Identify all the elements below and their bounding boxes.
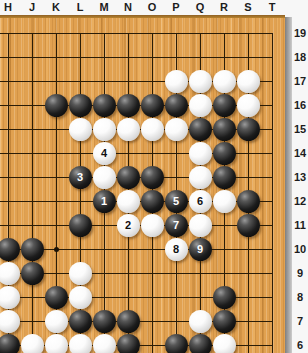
stone-white-P15[interactable] <box>165 118 188 141</box>
stone-black-L11[interactable] <box>69 214 92 237</box>
column-label-O: O <box>140 0 164 15</box>
stone-black-Q15[interactable] <box>189 118 212 141</box>
stone-black-S15[interactable] <box>237 118 260 141</box>
stone-black-N6[interactable] <box>117 334 140 353</box>
stone-white-N15[interactable] <box>117 118 140 141</box>
stone-black-P16[interactable] <box>165 94 188 117</box>
row-label-17: 17 <box>292 74 308 88</box>
row-label-7: 7 <box>292 314 308 328</box>
stone-white-R12[interactable] <box>213 190 236 213</box>
column-label-N: N <box>116 0 140 15</box>
grid-line-col-T <box>272 33 273 353</box>
stone-white-Q11[interactable] <box>189 214 212 237</box>
row-label-15: 15 <box>292 122 308 136</box>
stone-black-J10[interactable] <box>21 238 44 261</box>
stone-white-Q16[interactable] <box>189 94 212 117</box>
stone-black-R13[interactable] <box>213 166 236 189</box>
stone-white-P17[interactable] <box>165 70 188 93</box>
row-label-10: 10 <box>292 242 308 256</box>
board-top-edge <box>0 15 285 18</box>
move-number-label: 1 <box>101 195 107 207</box>
move-number-label: 7 <box>173 219 179 231</box>
move-number-label: 8 <box>173 243 179 255</box>
stone-white-R6[interactable] <box>213 334 236 353</box>
stone-white-L9[interactable] <box>69 262 92 285</box>
stone-black-K8[interactable] <box>45 286 68 309</box>
stone-black-H6[interactable] <box>0 334 20 353</box>
column-label-Q: Q <box>188 0 212 15</box>
stone-white-O11[interactable] <box>141 214 164 237</box>
column-labels: HJKLMNOPQRST <box>0 0 308 15</box>
stone-white-H7[interactable] <box>0 310 20 333</box>
stone-black-H10[interactable] <box>0 238 20 261</box>
stone-black-L13[interactable]: 3 <box>69 166 92 189</box>
board-edge-shadow <box>285 17 292 353</box>
row-label-13: 13 <box>292 170 308 184</box>
stone-black-K16[interactable] <box>45 94 68 117</box>
stone-black-O16[interactable] <box>141 94 164 117</box>
move-number-label: 5 <box>173 195 179 207</box>
stone-black-N16[interactable] <box>117 94 140 117</box>
move-number-label: 3 <box>77 171 83 183</box>
column-label-H: H <box>0 0 20 15</box>
stone-white-J6[interactable] <box>21 334 44 353</box>
column-label-L: L <box>68 0 92 15</box>
stone-white-S16[interactable] <box>237 94 260 117</box>
stone-white-M15[interactable] <box>93 118 116 141</box>
stone-white-P10[interactable]: 8 <box>165 238 188 261</box>
stone-white-Q12[interactable]: 6 <box>189 190 212 213</box>
stone-black-N13[interactable] <box>117 166 140 189</box>
column-label-S: S <box>236 0 260 15</box>
go-board[interactable]: 431562789 <box>0 15 285 353</box>
row-label-9: 9 <box>292 266 308 280</box>
stone-black-M12[interactable]: 1 <box>93 190 116 213</box>
stone-black-R8[interactable] <box>213 286 236 309</box>
column-label-J: J <box>20 0 44 15</box>
stone-black-M7[interactable] <box>93 310 116 333</box>
move-number-label: 2 <box>125 219 131 231</box>
stone-white-N12[interactable] <box>117 190 140 213</box>
row-label-19: 19 <box>292 26 308 40</box>
stone-white-R17[interactable] <box>213 70 236 93</box>
stone-black-R14[interactable] <box>213 142 236 165</box>
row-label-8: 8 <box>292 290 308 304</box>
stone-white-Q7[interactable] <box>189 310 212 333</box>
grid-line-col-J <box>32 33 33 353</box>
stone-black-P11[interactable]: 7 <box>165 214 188 237</box>
row-label-6: 6 <box>292 338 308 352</box>
stone-white-S17[interactable] <box>237 70 260 93</box>
stone-black-S11[interactable] <box>237 214 260 237</box>
stone-white-L8[interactable] <box>69 286 92 309</box>
stone-black-M16[interactable] <box>93 94 116 117</box>
stone-white-N11[interactable]: 2 <box>117 214 140 237</box>
stone-white-K6[interactable] <box>45 334 68 353</box>
stone-black-N7[interactable] <box>117 310 140 333</box>
stone-white-L15[interactable] <box>69 118 92 141</box>
stone-white-Q17[interactable] <box>189 70 212 93</box>
star-point-K10 <box>54 247 59 252</box>
stone-black-P12[interactable]: 5 <box>165 190 188 213</box>
move-number-label: 9 <box>197 243 203 255</box>
move-number-label: 4 <box>101 147 107 159</box>
stone-white-H9[interactable] <box>0 262 20 285</box>
stone-white-Q13[interactable] <box>189 166 212 189</box>
go-board-screenshot: HJKLMNOPQRST 431562789 19181716151413121… <box>0 0 308 353</box>
stone-white-H8[interactable] <box>0 286 20 309</box>
stone-white-Q14[interactable] <box>189 142 212 165</box>
stone-white-O15[interactable] <box>141 118 164 141</box>
stone-black-O12[interactable] <box>141 190 164 213</box>
stone-black-L7[interactable] <box>69 310 92 333</box>
grid-line-row-18 <box>0 57 273 58</box>
column-label-M: M <box>92 0 116 15</box>
move-number-label: 6 <box>197 195 203 207</box>
column-label-R: R <box>212 0 236 15</box>
row-labels: 191817161514131211109876 <box>292 0 308 353</box>
stone-black-J9[interactable] <box>21 262 44 285</box>
grid-line-row-19 <box>0 33 273 34</box>
row-label-18: 18 <box>292 50 308 64</box>
row-label-14: 14 <box>292 146 308 160</box>
stone-white-K7[interactable] <box>45 310 68 333</box>
row-label-12: 12 <box>292 194 308 208</box>
stone-black-S12[interactable] <box>237 190 260 213</box>
stone-black-Q10[interactable]: 9 <box>189 238 212 261</box>
column-label-K: K <box>44 0 68 15</box>
stone-black-R15[interactable] <box>213 118 236 141</box>
row-label-16: 16 <box>292 98 308 112</box>
stone-black-O13[interactable] <box>141 166 164 189</box>
stone-black-Q6[interactable] <box>189 334 212 353</box>
stone-white-M14[interactable]: 4 <box>93 142 116 165</box>
stone-black-R16[interactable] <box>213 94 236 117</box>
column-label-T: T <box>260 0 284 15</box>
stone-black-R7[interactable] <box>213 310 236 333</box>
stone-white-M6[interactable] <box>93 334 116 353</box>
stone-white-L6[interactable] <box>69 334 92 353</box>
column-label-P: P <box>164 0 188 15</box>
stone-black-P6[interactable] <box>165 334 188 353</box>
row-label-11: 11 <box>292 218 308 232</box>
stone-black-L16[interactable] <box>69 94 92 117</box>
stone-white-M13[interactable] <box>93 166 116 189</box>
